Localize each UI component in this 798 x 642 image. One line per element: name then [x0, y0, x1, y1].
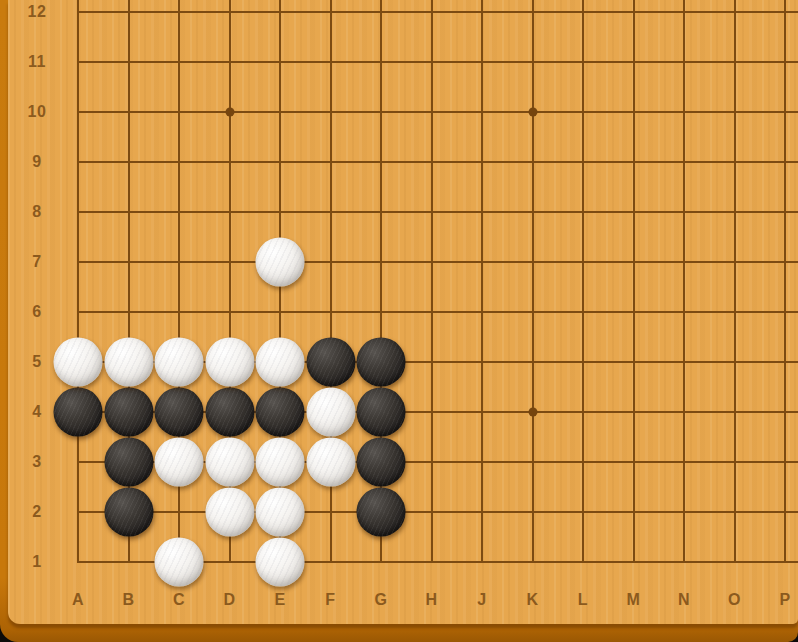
black-stone[interactable] — [155, 388, 204, 437]
column-label: J — [477, 591, 486, 609]
white-stone[interactable] — [155, 538, 204, 587]
stone-texture — [155, 438, 204, 487]
column-label: D — [223, 591, 235, 609]
go-app-viewport: ABCDEFGHJKLMNOP123456789101112 — [0, 0, 798, 642]
column-label: P — [779, 591, 790, 609]
star-point — [225, 108, 234, 117]
black-stone[interactable] — [306, 338, 355, 387]
stone-texture — [205, 438, 254, 487]
stone-texture — [256, 388, 305, 437]
stone-texture — [357, 338, 406, 387]
white-stone[interactable] — [205, 338, 254, 387]
row-label: 5 — [32, 353, 41, 371]
black-stone[interactable] — [256, 388, 305, 437]
white-stone[interactable] — [256, 488, 305, 537]
row-label: 2 — [32, 503, 41, 521]
row-label: 12 — [28, 3, 47, 21]
row-label: 11 — [28, 53, 46, 71]
column-label: N — [678, 591, 690, 609]
grid-line-horizontal — [77, 11, 798, 13]
stone-texture — [205, 388, 254, 437]
black-stone[interactable] — [357, 338, 406, 387]
grid-line-horizontal — [77, 111, 798, 113]
stone-texture — [205, 488, 254, 537]
white-stone[interactable] — [256, 338, 305, 387]
stone-texture — [104, 438, 153, 487]
black-stone[interactable] — [357, 488, 406, 537]
grid-line-vertical — [633, 0, 635, 563]
stone-texture — [155, 338, 204, 387]
row-label: 7 — [32, 253, 41, 271]
black-stone[interactable] — [104, 438, 153, 487]
star-point — [528, 108, 537, 117]
grid-line-vertical — [532, 0, 534, 563]
stone-texture — [357, 388, 406, 437]
grid-line-horizontal — [77, 211, 798, 213]
stone-texture — [306, 338, 355, 387]
column-label: H — [425, 591, 437, 609]
stone-texture — [155, 538, 204, 587]
grid-line-vertical — [431, 0, 433, 563]
column-label: G — [375, 591, 388, 609]
white-stone[interactable] — [155, 338, 204, 387]
black-stone[interactable] — [104, 488, 153, 537]
stone-texture — [256, 538, 305, 587]
black-stone[interactable] — [357, 388, 406, 437]
stone-texture — [104, 388, 153, 437]
column-label: C — [173, 591, 185, 609]
grid-line-vertical — [582, 0, 584, 563]
column-label: E — [274, 591, 285, 609]
column-label: L — [578, 591, 588, 609]
stone-texture — [256, 238, 305, 287]
grid-line-vertical — [784, 0, 786, 563]
stone-texture — [205, 338, 254, 387]
row-label: 6 — [32, 303, 41, 321]
grid-line-horizontal — [77, 161, 798, 163]
stone-texture — [104, 488, 153, 537]
row-label: 3 — [32, 453, 41, 471]
grid-line-vertical — [481, 0, 483, 563]
stone-texture — [357, 438, 406, 487]
column-label: M — [627, 591, 641, 609]
stone-texture — [256, 338, 305, 387]
column-label: K — [526, 591, 538, 609]
row-label: 1 — [32, 553, 41, 571]
go-board[interactable]: ABCDEFGHJKLMNOP123456789101112 — [8, 0, 798, 624]
grid-line-vertical — [683, 0, 685, 563]
white-stone[interactable] — [205, 488, 254, 537]
column-label: B — [122, 591, 134, 609]
white-stone[interactable] — [155, 438, 204, 487]
grid-line-vertical — [77, 0, 79, 563]
row-label: 9 — [32, 153, 41, 171]
white-stone[interactable] — [205, 438, 254, 487]
row-label: 10 — [28, 103, 47, 121]
white-stone[interactable] — [306, 388, 355, 437]
grid-line-horizontal — [77, 311, 798, 313]
row-label: 4 — [32, 403, 41, 421]
white-stone[interactable] — [306, 438, 355, 487]
grid-line-vertical — [734, 0, 736, 563]
stone-texture — [256, 488, 305, 537]
black-stone[interactable] — [54, 388, 103, 437]
stone-texture — [306, 438, 355, 487]
stone-texture — [54, 388, 103, 437]
star-point — [528, 408, 537, 417]
stone-texture — [104, 338, 153, 387]
grid-line-horizontal — [77, 511, 798, 513]
stone-texture — [357, 488, 406, 537]
white-stone[interactable] — [54, 338, 103, 387]
column-label: O — [728, 591, 741, 609]
white-stone[interactable] — [104, 338, 153, 387]
white-stone[interactable] — [256, 538, 305, 587]
column-label: F — [325, 591, 335, 609]
black-stone[interactable] — [104, 388, 153, 437]
stone-texture — [256, 438, 305, 487]
grid-line-horizontal — [77, 61, 798, 63]
white-stone[interactable] — [256, 438, 305, 487]
grid-line-horizontal — [77, 261, 798, 263]
white-stone[interactable] — [256, 238, 305, 287]
column-label: A — [72, 591, 84, 609]
black-stone[interactable] — [205, 388, 254, 437]
stone-texture — [155, 388, 204, 437]
stone-texture — [306, 388, 355, 437]
row-label: 8 — [32, 203, 41, 221]
stone-texture — [54, 338, 103, 387]
black-stone[interactable] — [357, 438, 406, 487]
